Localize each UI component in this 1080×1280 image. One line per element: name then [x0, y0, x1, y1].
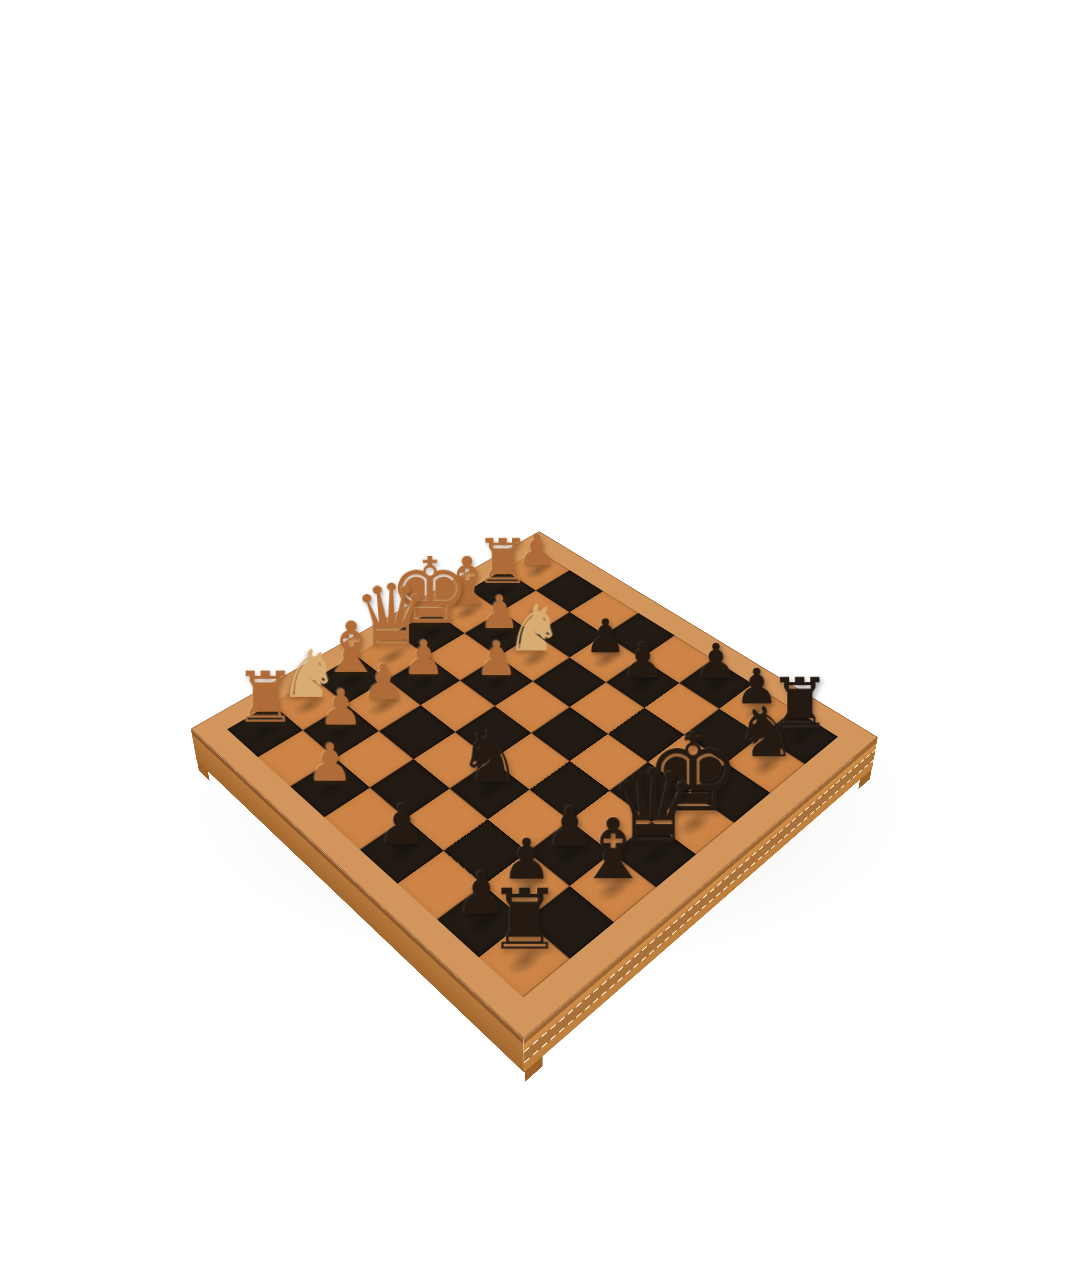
piece-white-pawn-c2[interactable]: ♟ — [361, 661, 405, 705]
piece-black-knight-c5[interactable]: ♞ — [458, 725, 522, 789]
piece-black-rook-a8[interactable]: ♜ — [487, 883, 562, 958]
piece-white-pawn-a3[interactable]: ♟ — [307, 740, 354, 787]
piece-black-pawn-g5[interactable]: ♟ — [621, 640, 664, 683]
chessboard-frame: ♜♞♝♛♚♝♜♟♟♟♟♟♟♟♞♟♟♞♟♟♟♟♟♟♜♝♛♚♞♜ — [191, 531, 878, 1039]
piece-white-pawn-d2[interactable]: ♟ — [402, 637, 445, 680]
square-a8[interactable]: ♜ — [479, 921, 570, 998]
piece-black-pawn-g4[interactable]: ♟ — [585, 616, 627, 658]
square-a1[interactable]: ♜ — [227, 703, 303, 757]
piece-white-rook-a1[interactable]: ♜ — [234, 667, 297, 730]
piece-white-pawn-e3[interactable]: ♟ — [475, 638, 518, 681]
piece-white-pawn-b2[interactable]: ♟ — [319, 686, 364, 731]
piece-black-pawn-h6[interactable]: ♟ — [695, 640, 738, 683]
piece-black-pawn-a5[interactable]: ♟ — [377, 801, 426, 850]
piece-black-bishop-c8[interactable]: ♝ — [576, 811, 651, 886]
square-a5[interactable]: ♟ — [360, 818, 444, 883]
product-photo-scene: ♜♞♝♛♚♝♜♟♟♟♟♟♟♟♞♟♟♞♟♟♟♟♟♟♜♝♛♚♞♜ — [0, 0, 1080, 1280]
piece-black-knight-g8[interactable]: ♞ — [734, 701, 797, 764]
